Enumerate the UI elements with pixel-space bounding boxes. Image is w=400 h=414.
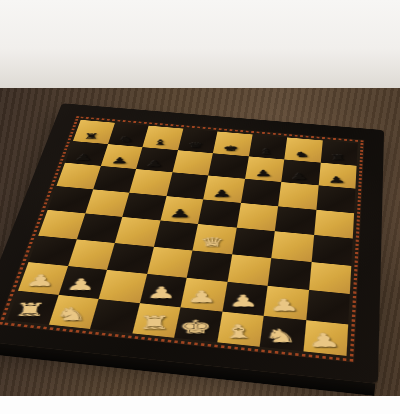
square-b4 [76,213,122,242]
square-e7 [208,153,248,179]
square-c6 [129,169,172,196]
square-h2 [306,290,350,324]
white-rook: ♜ [12,301,48,319]
white-pawn: ♟ [24,273,56,289]
square-g6 [278,182,318,209]
square-f6 [241,179,282,206]
white-knight: ♞ [264,326,299,345]
black-pawn: ♟ [110,156,128,164]
square-c5 [122,192,166,220]
black-pawn: ♟ [212,188,232,198]
square-e1: ♚ [174,307,222,342]
white-pawn: ♟ [64,277,96,293]
white-bishop: ♝ [221,322,255,341]
square-f1: ♝ [217,311,264,347]
black-pawn: ♟ [327,176,346,185]
white-rook: ♜ [137,314,171,332]
product-photo-scene: ♜♞♝♛♚♝♞♜♟♟♟♟♟♟♟♟♛♟♟♟♟♟♟♜♞♜♚♝♞♟ [0,0,400,414]
square-h8: ♜ [320,140,357,165]
square-g3 [268,258,312,290]
black-bishop: ♝ [153,139,169,146]
black-pawn: ♟ [254,169,273,178]
black-king: ♚ [223,145,239,152]
black-pawn: ♟ [146,160,164,168]
chess-board-3d-wrapper: ♜♞♝♛♚♝♞♜♟♟♟♟♟♟♟♟♛♟♟♟♟♟♟♜♞♜♚♝♞♟ [0,103,384,384]
square-b1: ♞ [48,294,98,328]
square-d5: ♟ [160,196,203,224]
white-pawn: ♟ [146,285,177,301]
square-g1: ♞ [260,315,306,351]
black-pawn: ♟ [75,153,94,161]
square-f3 [227,254,271,286]
square-b3 [68,239,115,270]
white-king: ♚ [179,318,213,336]
white-pawn: ♟ [306,331,342,350]
square-d2: ♟ [139,274,186,307]
square-e3 [187,250,232,282]
square-c7: ♟ [136,147,177,172]
bottom-white-strip [0,396,400,414]
red-inlay-trim: ♜♞♝♛♚♝♞♜♟♟♟♟♟♟♟♟♛♟♟♟♟♟♟♜♞♜♚♝♞♟ [0,116,363,361]
square-c4 [115,217,160,247]
square-d1: ♜ [132,303,181,338]
square-a3 [29,235,77,266]
square-f7: ♟ [245,156,285,182]
black-rook: ♜ [83,133,99,140]
square-f4 [232,228,275,258]
square-e2: ♟ [181,278,227,311]
square-d6 [166,172,208,199]
square-c1 [90,299,140,334]
square-f5 [236,203,278,232]
chess-board: ♜♞♝♛♚♝♞♜♟♟♟♟♟♟♟♟♛♟♟♟♟♟♟♜♞♜♚♝♞♟ [7,120,358,356]
square-g8: ♞ [284,137,322,162]
white-wall-background [0,0,400,88]
square-h4 [311,235,353,266]
black-knight: ♞ [294,151,311,158]
square-c2 [99,270,147,303]
square-h3 [309,262,352,294]
square-e5 [198,199,241,227]
square-h7: ♟ [318,162,356,188]
square-d7 [172,150,213,176]
square-f8: ♝ [248,134,287,159]
black-bishop: ♝ [258,148,274,155]
square-d3 [147,246,193,277]
black-pawn: ♟ [168,208,191,219]
square-c3 [107,243,154,274]
white-pawn: ♟ [228,293,259,309]
white-knight: ♞ [54,305,89,323]
square-b2: ♟ [58,266,107,299]
white-pawn: ♟ [187,289,218,305]
square-e4: ♛ [193,224,237,254]
board-outer-frame: ♜♞♝♛♚♝♞♜♟♟♟♟♟♟♟♟♛♟♟♟♟♟♟♜♞♜♚♝♞♟ [0,103,384,384]
square-g2: ♟ [264,286,309,320]
square-e8: ♚ [213,131,252,156]
square-c8: ♝ [143,126,183,150]
square-h6 [316,185,355,213]
square-f2: ♟ [222,282,268,316]
black-rook: ♜ [330,154,347,161]
square-d8: ♛ [178,129,218,153]
black-knight: ♞ [118,136,134,143]
square-a4 [38,210,85,239]
black-queen: ♛ [188,142,204,149]
white-queen: ♛ [200,236,225,249]
square-g5 [275,206,316,235]
square-a1: ♜ [7,290,58,324]
white-pawn: ♟ [269,297,301,314]
black-pawn: ♟ [290,172,309,181]
square-e6: ♟ [203,175,244,202]
square-d4 [154,220,198,250]
square-g7: ♟ [281,159,320,185]
square-a2: ♟ [18,262,67,294]
square-g4 [271,231,313,261]
square-h1: ♟ [303,320,348,356]
square-h5 [314,209,354,238]
